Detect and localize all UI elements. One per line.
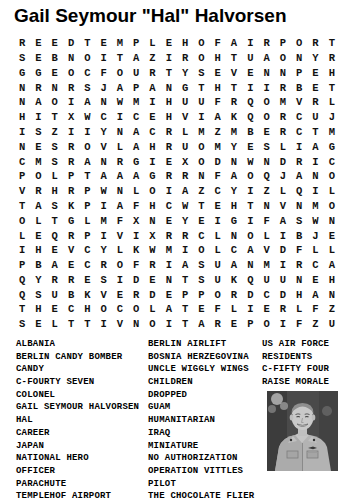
grid-cell-r1c3: E: [47, 36, 63, 51]
grid-cell-r20c11: T: [177, 317, 193, 332]
grid-cell-r5c5: A: [79, 95, 95, 110]
grid-cell-r9c1: C: [14, 154, 30, 169]
grid-cell-r13c15: I: [242, 214, 258, 229]
grid-cell-r9c5: A: [79, 154, 95, 169]
word-list-item: MINIATURE: [148, 440, 254, 453]
grid-cell-r14c11: R: [177, 228, 193, 243]
grid-cell-r16c6: R: [95, 258, 111, 273]
grid-cell-r1c5: T: [79, 36, 95, 51]
grid-cell-r1c16: R: [258, 36, 274, 51]
grid-cell-r9c19: I: [307, 154, 323, 169]
grid-cell-r16c13: U: [210, 258, 226, 273]
grid-cell-r9c3: S: [47, 154, 63, 169]
grid-cell-r11c19: I: [307, 184, 323, 199]
grid-cell-r10c18: A: [291, 169, 307, 184]
grid-cell-r6c20: J: [324, 110, 340, 125]
grid-cell-r3c18: P: [291, 66, 307, 81]
grid-cell-r3c4: O: [63, 66, 79, 81]
halvorsen-photo-graphic: [267, 391, 338, 471]
grid-cell-r13c3: T: [47, 214, 63, 229]
grid-cell-r18c17: D: [275, 288, 291, 303]
grid-cell-r17c4: R: [63, 273, 79, 288]
grid-cell-r20c13: R: [210, 317, 226, 332]
grid-cell-r8c9: H: [144, 140, 160, 155]
grid-cell-r15c9: W: [144, 243, 160, 258]
grid-cell-r8c17: L: [275, 140, 291, 155]
grid-cell-r6c5: W: [79, 110, 95, 125]
grid-cell-r6c12: I: [193, 110, 209, 125]
grid-cell-r11c1: V: [14, 184, 30, 199]
grid-cell-r4c10: N: [161, 80, 177, 95]
grid-cell-r19c20: Z: [324, 302, 340, 317]
grid-cell-r7c7: N: [112, 125, 128, 140]
grid-cell-r17c13: U: [210, 273, 226, 288]
page-title: Gail Seymour "Hal" Halvorsen: [14, 5, 287, 27]
grid-cell-r13c13: I: [210, 214, 226, 229]
grid-cell-r2c6: I: [95, 51, 111, 66]
grid-cell-r11c5: P: [79, 184, 95, 199]
grid-cell-r1c18: O: [291, 36, 307, 51]
grid-cell-r14c14: N: [226, 228, 242, 243]
grid-cell-r13c12: E: [193, 214, 209, 229]
grid-cell-r17c8: D: [128, 273, 144, 288]
grid-cell-r20c6: I: [95, 317, 111, 332]
grid-cell-r9c16: N: [258, 154, 274, 169]
grid-cell-r3c17: N: [275, 66, 291, 81]
grid-cell-r16c2: B: [30, 258, 46, 273]
grid-cell-r15c11: I: [177, 243, 193, 258]
grid-cell-r17c5: E: [79, 273, 95, 288]
grid-cell-r4c3: N: [47, 80, 63, 95]
grid-cell-r5c17: M: [275, 95, 291, 110]
grid-cell-r4c18: B: [291, 80, 307, 95]
grid-cell-r5c6: N: [95, 95, 111, 110]
grid-cell-r8c19: A: [307, 140, 323, 155]
grid-cell-r7c20: M: [324, 125, 340, 140]
grid-cell-r10c11: R: [177, 169, 193, 184]
grid-cell-r14c18: B: [291, 228, 307, 243]
grid-cell-r12c2: A: [30, 199, 46, 214]
word-list-item: GUAM: [148, 401, 254, 414]
word-list-item: PARACHUTE: [16, 478, 139, 491]
grid-cell-r12c18: N: [291, 199, 307, 214]
grid-cell-r15c19: L: [307, 243, 323, 258]
grid-cell-r4c15: I: [242, 80, 258, 95]
grid-cell-r10c14: A: [226, 169, 242, 184]
grid-cell-r19c14: L: [226, 302, 242, 317]
grid-cell-r12c19: M: [307, 199, 323, 214]
grid-cell-r5c15: Q: [242, 95, 258, 110]
grid-cell-r5c8: M: [128, 95, 144, 110]
grid-cell-r1c11: H: [177, 36, 193, 51]
grid-cell-r18c14: R: [226, 288, 242, 303]
grid-cell-r17c1: Q: [14, 273, 30, 288]
grid-cell-r17c14: K: [226, 273, 242, 288]
grid-cell-r4c5: S: [79, 80, 95, 95]
grid-cell-r17c15: Q: [242, 273, 258, 288]
grid-cell-r11c11: A: [177, 184, 193, 199]
grid-cell-r13c4: G: [63, 214, 79, 229]
grid-cell-r6c15: Q: [242, 110, 258, 125]
grid-cell-r1c19: R: [307, 36, 323, 51]
grid-cell-r13c6: M: [95, 214, 111, 229]
grid-cell-r19c3: E: [47, 302, 63, 317]
grid-cell-r3c20: H: [324, 66, 340, 81]
grid-cell-r1c6: E: [95, 36, 111, 51]
grid-cell-r2c19: Y: [307, 51, 323, 66]
grid-cell-r14c10: R: [161, 228, 177, 243]
grid-cell-r16c5: C: [79, 258, 95, 273]
grid-cell-r15c17: D: [275, 243, 291, 258]
grid-cell-r20c12: A: [193, 317, 209, 332]
grid-cell-r4c4: R: [63, 80, 79, 95]
grid-cell-r6c14: K: [226, 110, 242, 125]
grid-cell-r2c7: T: [112, 51, 128, 66]
grid-cell-r19c2: H: [30, 302, 46, 317]
word-list-item: RESIDENTS: [262, 351, 329, 364]
grid-cell-r8c7: L: [112, 140, 128, 155]
grid-cell-r17c11: T: [177, 273, 193, 288]
grid-cell-r7c8: A: [128, 125, 144, 140]
grid-cell-r5c1: N: [14, 95, 30, 110]
grid-cell-r3c2: G: [30, 66, 46, 81]
grid-cell-r16c1: P: [14, 258, 30, 273]
grid-cell-r19c7: C: [112, 302, 128, 317]
grid-cell-r3c16: N: [258, 66, 274, 81]
grid-cell-r20c9: O: [144, 317, 160, 332]
grid-cell-r10c10: R: [161, 169, 177, 184]
grid-cell-r18c7: E: [112, 288, 128, 303]
grid-cell-r7c11: L: [177, 125, 193, 140]
grid-cell-r15c10: M: [161, 243, 177, 258]
grid-cell-r12c3: S: [47, 199, 63, 214]
grid-cell-r20c17: I: [275, 317, 291, 332]
grid-cell-r14c8: I: [128, 228, 144, 243]
grid-cell-r11c3: H: [47, 184, 63, 199]
grid-cell-r8c6: V: [95, 140, 111, 155]
word-list-item: BERLIN AIRLIFT: [148, 338, 254, 351]
grid-cell-r6c18: C: [291, 110, 307, 125]
grid-cell-r14c1: L: [14, 228, 30, 243]
grid-cell-r3c6: F: [95, 66, 111, 81]
grid-cell-r7c3: Z: [47, 125, 63, 140]
grid-cell-r11c16: Z: [258, 184, 274, 199]
grid-cell-r17c9: E: [144, 273, 160, 288]
grid-cell-r16c3: A: [47, 258, 63, 273]
grid-cell-r15c14: C: [226, 243, 242, 258]
grid-cell-r4c6: J: [95, 80, 111, 95]
grid-cell-r7c6: Y: [95, 125, 111, 140]
word-list-item: UNCLE WIGGLY WINGS: [148, 363, 254, 376]
grid-cell-r6c9: E: [144, 110, 160, 125]
grid-cell-r1c20: T: [324, 36, 340, 51]
grid-cell-r5c10: H: [161, 95, 177, 110]
grid-cell-r5c7: W: [112, 95, 128, 110]
word-list-item: HAL: [16, 414, 139, 427]
grid-cell-r10c13: F: [210, 169, 226, 184]
grid-cell-r6c10: H: [161, 110, 177, 125]
grid-cell-r13c20: N: [324, 214, 340, 229]
grid-cell-r1c7: M: [112, 36, 128, 51]
grid-cell-r3c10: T: [161, 66, 177, 81]
grid-cell-r16c18: R: [291, 258, 307, 273]
grid-cell-r1c9: L: [144, 36, 160, 51]
grid-cell-r18c4: B: [63, 288, 79, 303]
word-list-item: BERLIN CANDY BOMBER: [16, 351, 139, 364]
grid-cell-r9c15: W: [242, 154, 258, 169]
grid-cell-r19c15: I: [242, 302, 258, 317]
grid-cell-r19c19: F: [307, 302, 323, 317]
grid-cell-r16c19: C: [307, 258, 323, 273]
grid-cell-r11c2: R: [30, 184, 46, 199]
grid-cell-r3c8: U: [128, 66, 144, 81]
grid-cell-r12c17: V: [275, 199, 291, 214]
grid-cell-r12c6: I: [95, 199, 111, 214]
grid-cell-r2c10: I: [161, 51, 177, 66]
grid-cell-r9c2: M: [30, 154, 46, 169]
grid-cell-r17c17: U: [275, 273, 291, 288]
grid-cell-r5c3: O: [47, 95, 63, 110]
grid-cell-r6c8: C: [128, 110, 144, 125]
grid-cell-r20c20: U: [324, 317, 340, 332]
grid-cell-r4c2: R: [30, 80, 46, 95]
grid-cell-r7c2: S: [30, 125, 46, 140]
grid-cell-r4c17: R: [275, 80, 291, 95]
grid-cell-r2c12: O: [193, 51, 209, 66]
grid-cell-r19c1: T: [14, 302, 30, 317]
grid-cell-r11c6: W: [95, 184, 111, 199]
grid-cell-r10c5: T: [79, 169, 95, 184]
grid-cell-r8c10: R: [161, 140, 177, 155]
grid-cell-r13c19: W: [307, 214, 323, 229]
grid-cell-r12c5: P: [79, 199, 95, 214]
grid-cell-r18c19: A: [307, 288, 323, 303]
grid-cell-r2c2: E: [30, 51, 46, 66]
grid-cell-r2c8: A: [128, 51, 144, 66]
grid-cell-r17c16: U: [258, 273, 274, 288]
grid-cell-r4c20: T: [324, 80, 340, 95]
grid-cell-r6c6: C: [95, 110, 111, 125]
grid-cell-r16c7: O: [112, 258, 128, 273]
grid-cell-r1c17: P: [275, 36, 291, 51]
grid-cell-r15c2: H: [30, 243, 46, 258]
grid-cell-r11c10: I: [161, 184, 177, 199]
grid-cell-r1c12: O: [193, 36, 209, 51]
grid-cell-r14c2: E: [30, 228, 46, 243]
grid-cell-r20c16: O: [258, 317, 274, 332]
grid-cell-r13c5: L: [79, 214, 95, 229]
grid-cell-r8c5: O: [79, 140, 95, 155]
grid-cell-r7c15: B: [242, 125, 258, 140]
word-list-item: C-FOURTY SEVEN: [16, 376, 139, 389]
grid-cell-r14c4: R: [63, 228, 79, 243]
grid-cell-r9c12: O: [193, 154, 209, 169]
grid-cell-r7c13: Z: [210, 125, 226, 140]
grid-cell-r10c6: A: [95, 169, 111, 184]
word-list-column-1: ALBANIABERLIN CANDY BOMBERCANDYC-FOURTY …: [16, 338, 139, 500]
grid-cell-r18c16: C: [258, 288, 274, 303]
grid-cell-r18c3: U: [47, 288, 63, 303]
grid-cell-r19c8: O: [128, 302, 144, 317]
grid-cell-r8c13: M: [210, 140, 226, 155]
grid-cell-r14c13: L: [210, 228, 226, 243]
grid-cell-r8c16: S: [258, 140, 274, 155]
grid-cell-r20c7: V: [112, 317, 128, 332]
word-list-column-2: BERLIN AIRLIFTBOSNIA HERZEGOVINAUNCLE WI…: [148, 338, 254, 500]
grid-cell-r14c3: Q: [47, 228, 63, 243]
grid-cell-r1c1: R: [14, 36, 30, 51]
grid-cell-r11c8: L: [128, 184, 144, 199]
grid-cell-r17c6: S: [95, 273, 111, 288]
grid-cell-r9c9: I: [144, 154, 160, 169]
grid-cell-r12c16: N: [258, 199, 274, 214]
grid-cell-r7c12: M: [193, 125, 209, 140]
grid-cell-r15c16: V: [258, 243, 274, 258]
grid-cell-r5c4: I: [63, 95, 79, 110]
grid-cell-r13c7: F: [112, 214, 128, 229]
grid-cell-r19c18: L: [291, 302, 307, 317]
word-list-item: US AIR FORCE: [262, 338, 329, 351]
grid-cell-r10c9: G: [144, 169, 160, 184]
grid-cell-r18c18: H: [291, 288, 307, 303]
grid-cell-r13c16: F: [258, 214, 274, 229]
grid-cell-r3c19: E: [307, 66, 323, 81]
grid-cell-r19c10: A: [161, 302, 177, 317]
grid-cell-r7c16: E: [258, 125, 274, 140]
grid-cell-r10c16: Q: [258, 169, 274, 184]
grid-cell-r17c2: Y: [30, 273, 46, 288]
grid-cell-r2c3: B: [47, 51, 63, 66]
grid-cell-r10c4: P: [63, 169, 79, 184]
grid-cell-r14c9: X: [144, 228, 160, 243]
grid-cell-r14c5: P: [79, 228, 95, 243]
grid-cell-r13c11: Y: [177, 214, 193, 229]
grid-cell-r7c1: I: [14, 125, 30, 140]
grid-cell-r5c14: R: [226, 95, 242, 110]
grid-cell-r16c15: N: [242, 258, 258, 273]
grid-cell-r13c17: A: [275, 214, 291, 229]
grid-cell-r19c6: O: [95, 302, 111, 317]
grid-cell-r8c11: U: [177, 140, 193, 155]
grid-cell-r2c5: O: [79, 51, 95, 66]
word-list-item: THE CHOCOLATE FLIER: [148, 490, 254, 500]
halvorsen-photo: [267, 391, 338, 471]
word-list-item: NO AUTHORIZATION: [148, 452, 254, 465]
word-list-item: NATIONAL HERO: [16, 452, 139, 465]
grid-cell-r20c8: N: [128, 317, 144, 332]
grid-cell-r7c18: C: [291, 125, 307, 140]
grid-cell-r4c8: P: [128, 80, 144, 95]
grid-cell-r8c18: I: [291, 140, 307, 155]
grid-cell-r14c20: E: [324, 228, 340, 243]
grid-cell-r11c15: I: [242, 184, 258, 199]
grid-cell-r8c8: A: [128, 140, 144, 155]
grid-cell-r12c12: T: [193, 199, 209, 214]
grid-cell-r8c12: O: [193, 140, 209, 155]
grid-cell-r9c4: R: [63, 154, 79, 169]
grid-cell-r3c13: E: [210, 66, 226, 81]
grid-cell-r14c7: V: [112, 228, 128, 243]
grid-cell-r18c11: P: [177, 288, 193, 303]
grid-cell-r10c3: L: [47, 169, 63, 184]
grid-cell-r2c4: N: [63, 51, 79, 66]
grid-cell-r10c20: O: [324, 169, 340, 184]
grid-cell-r11c4: R: [63, 184, 79, 199]
grid-cell-r12c10: C: [161, 199, 177, 214]
grid-cell-r15c6: Y: [95, 243, 111, 258]
grid-cell-r2c16: A: [258, 51, 274, 66]
grid-cell-r2c9: Z: [144, 51, 160, 66]
grid-cell-r18c12: P: [193, 288, 209, 303]
grid-cell-r12c1: T: [14, 199, 30, 214]
grid-cell-r3c3: E: [47, 66, 63, 81]
grid-cell-r12c7: A: [112, 199, 128, 214]
grid-cell-r9c11: X: [177, 154, 193, 169]
grid-cell-r8c20: G: [324, 140, 340, 155]
grid-cell-r12c15: T: [242, 199, 258, 214]
grid-cell-r5c12: U: [193, 95, 209, 110]
grid-cell-r10c19: N: [307, 169, 323, 184]
grid-cell-r16c11: A: [177, 258, 193, 273]
grid-cell-r1c10: E: [161, 36, 177, 51]
grid-cell-r7c17: R: [275, 125, 291, 140]
word-list-item: CHILDREN: [148, 376, 254, 389]
grid-cell-r16c9: R: [144, 258, 160, 273]
grid-cell-r20c14: E: [226, 317, 242, 332]
grid-cell-r15c12: O: [193, 243, 209, 258]
grid-cell-r7c19: T: [307, 125, 323, 140]
grid-cell-r2c15: U: [242, 51, 258, 66]
grid-cell-r13c10: E: [161, 214, 177, 229]
grid-cell-r20c4: T: [63, 317, 79, 332]
grid-cell-r9c18: R: [291, 154, 307, 169]
grid-cell-r19c5: H: [79, 302, 95, 317]
grid-cell-r3c14: V: [226, 66, 242, 81]
grid-cell-r1c8: P: [128, 36, 144, 51]
word-list-item: C-FIFTY FOUR: [262, 363, 329, 376]
grid-cell-r2c1: S: [14, 51, 30, 66]
word-list-item: RAISE MORALE: [262, 376, 329, 389]
grid-cell-r6c11: V: [177, 110, 193, 125]
word-list-item: CANDY: [16, 363, 139, 376]
grid-cell-r12c8: F: [128, 199, 144, 214]
grid-cell-r4c12: T: [193, 80, 209, 95]
grid-cell-r13c14: G: [226, 214, 242, 229]
grid-cell-r10c8: A: [128, 169, 144, 184]
grid-cell-r2c18: N: [291, 51, 307, 66]
grid-cell-r10c1: P: [14, 169, 30, 184]
grid-cell-r7c5: I: [79, 125, 95, 140]
grid-cell-r8c3: S: [47, 140, 63, 155]
grid-cell-r20c2: E: [30, 317, 46, 332]
grid-cell-r8c2: E: [30, 140, 46, 155]
grid-cell-r18c9: D: [144, 288, 160, 303]
grid-cell-r14c19: J: [307, 228, 323, 243]
grid-cell-r8c14: Y: [226, 140, 242, 155]
grid-cell-r18c1: Q: [14, 288, 30, 303]
grid-cell-r2c11: R: [177, 51, 193, 66]
grid-cell-r6c4: X: [63, 110, 79, 125]
grid-cell-r5c20: L: [324, 95, 340, 110]
grid-cell-r19c16: E: [258, 302, 274, 317]
grid-cell-r8c4: R: [63, 140, 79, 155]
grid-cell-r18c20: N: [324, 288, 340, 303]
grid-cell-r7c4: I: [63, 125, 79, 140]
word-list-item: JAPAN: [16, 440, 139, 453]
grid-cell-r3c12: S: [193, 66, 209, 81]
grid-cell-r7c14: M: [226, 125, 242, 140]
grid-cell-r9c17: D: [275, 154, 291, 169]
